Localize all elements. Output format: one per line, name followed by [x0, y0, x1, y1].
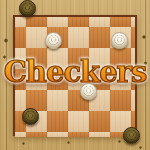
board-square[interactable] — [68, 111, 89, 132]
board-square[interactable] — [110, 90, 131, 111]
wood-knot — [118, 140, 121, 143]
wood-knot — [142, 35, 146, 39]
board-square[interactable] — [89, 132, 110, 137]
board-square[interactable] — [26, 27, 47, 48]
board-square[interactable] — [15, 90, 26, 111]
board-square[interactable] — [68, 27, 89, 48]
white-checker-piece[interactable] — [45, 32, 62, 49]
board-square[interactable] — [68, 132, 89, 137]
wood-knot — [22, 142, 25, 145]
board-square[interactable] — [89, 111, 110, 132]
board-square[interactable] — [131, 90, 135, 111]
board-square[interactable] — [15, 17, 26, 27]
board-square[interactable] — [15, 27, 26, 48]
game-title: Checkers — [0, 55, 150, 89]
wood-knot — [67, 141, 70, 144]
board-square[interactable] — [47, 111, 68, 132]
board-square[interactable] — [26, 132, 47, 137]
white-checker-piece[interactable] — [111, 32, 128, 49]
board-square[interactable] — [26, 17, 47, 27]
board-square[interactable] — [47, 90, 68, 111]
board-square[interactable] — [89, 17, 110, 27]
board-square[interactable] — [68, 17, 89, 27]
board-square[interactable] — [110, 17, 131, 27]
board-square[interactable] — [47, 132, 68, 137]
white-checker-piece[interactable] — [80, 83, 97, 100]
dark-checker-piece[interactable] — [123, 127, 140, 144]
board-square[interactable] — [89, 27, 110, 48]
board-square[interactable] — [131, 27, 135, 48]
board-square[interactable] — [131, 17, 135, 27]
wood-knot — [4, 38, 8, 43]
dark-checker-piece[interactable] — [22, 108, 39, 125]
checkers-splash-screen: Checkers — [0, 0, 150, 150]
wood-knot — [139, 146, 142, 149]
board-square[interactable] — [15, 132, 26, 137]
board-square[interactable] — [47, 17, 68, 27]
dark-checker-piece[interactable] — [19, 0, 36, 17]
